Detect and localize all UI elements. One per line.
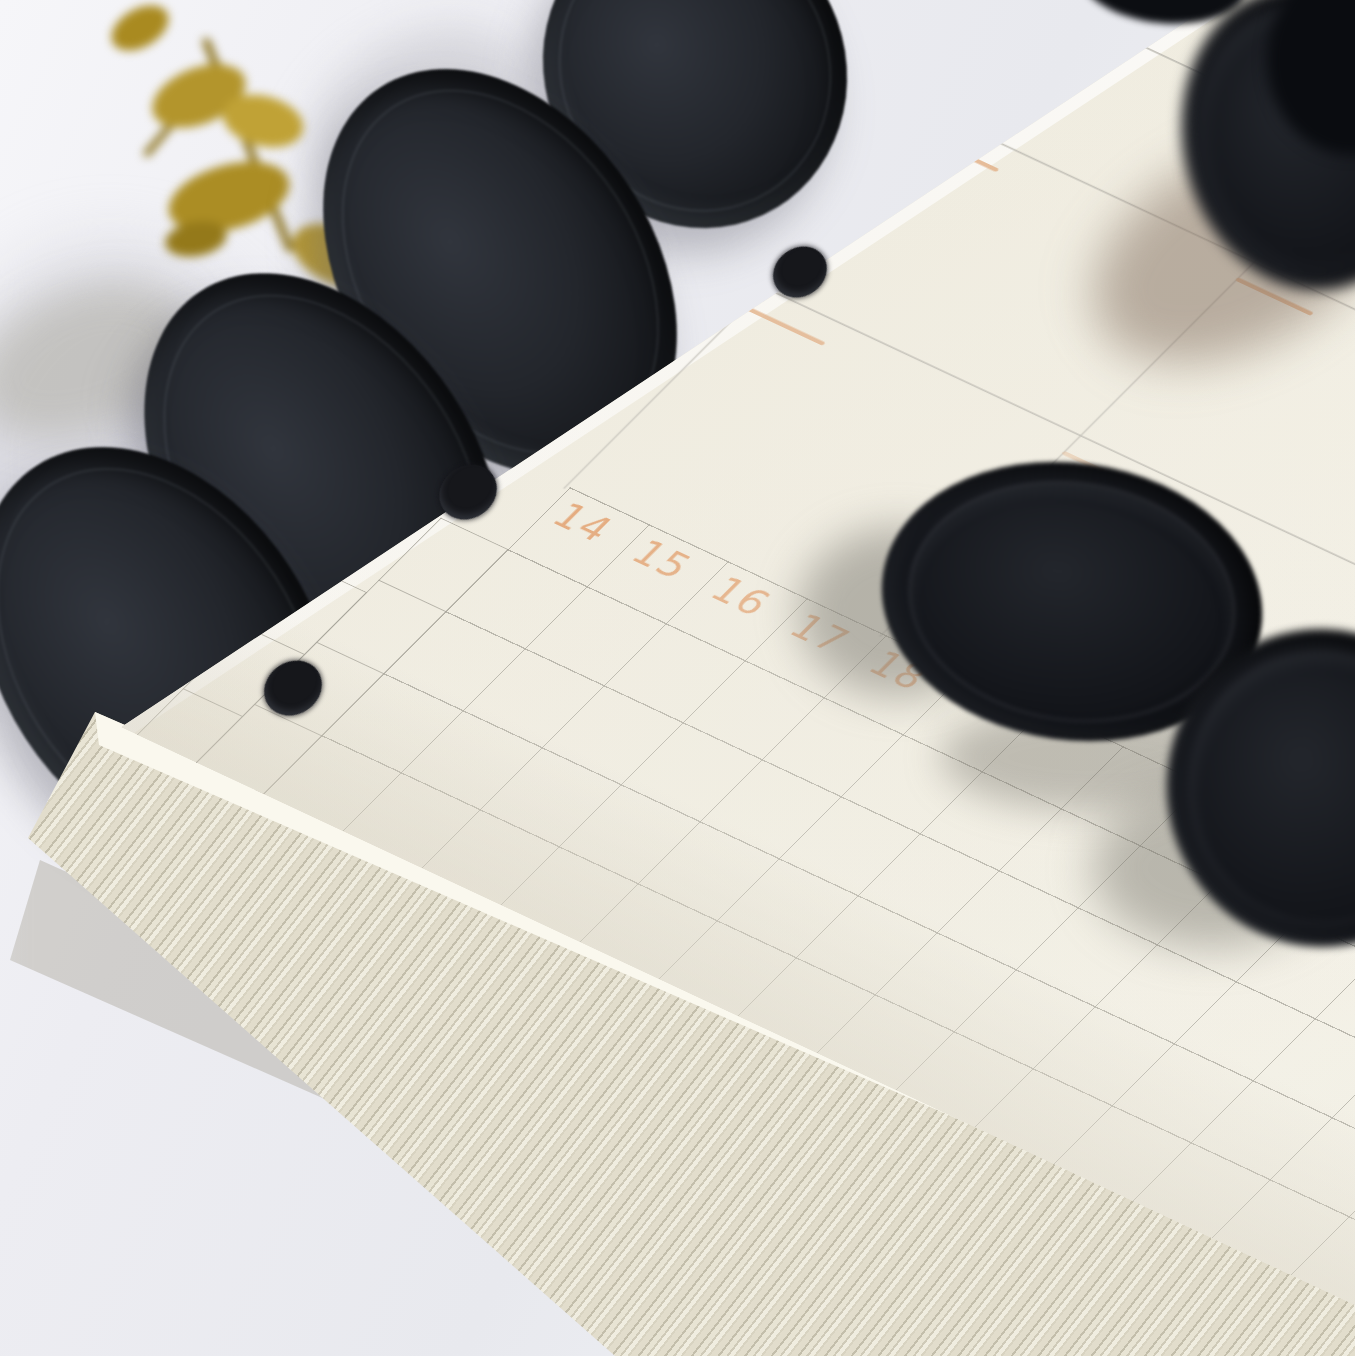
date-tick-2 <box>747 307 826 346</box>
date-tick-1 <box>920 134 999 173</box>
planner-photo-scene: 14 15 16 17 18 2 <box>0 0 1355 1356</box>
plant-leaf <box>104 0 177 60</box>
